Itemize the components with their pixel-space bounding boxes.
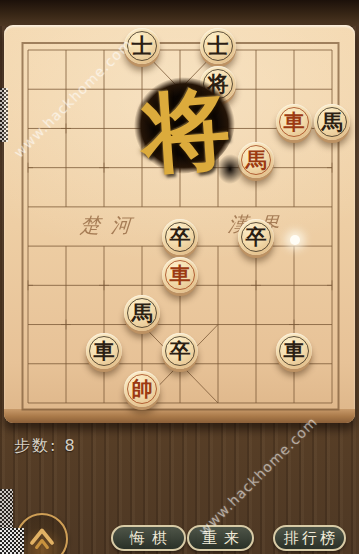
black-horse[interactable]: 馬 [124,295,160,331]
piece-glyph: 馬 [322,111,343,132]
piece-glyph: 馬 [132,302,153,323]
step-counter-value: 8 [64,436,76,455]
black-horse[interactable]: 馬 [314,104,350,140]
red-chariot[interactable]: 車 [276,104,312,140]
black-pawn[interactable]: 卒 [162,333,198,369]
piece-glyph: 卒 [170,340,191,361]
black-chariot[interactable]: 車 [276,333,312,369]
check-banner-glyph: 将 [130,69,242,194]
piece-glyph: 車 [94,340,115,361]
restart-button[interactable]: 重来 [187,525,254,551]
chevron-up-icon [22,519,62,554]
step-counter-label: 步数: [14,436,57,455]
expand-menu-button[interactable] [16,513,68,554]
top-dark-strip [0,0,359,26]
piece-glyph: 馬 [246,149,267,170]
piece-glyph: 車 [284,340,305,361]
black-chariot[interactable]: 車 [86,333,122,369]
piece-glyph: 卒 [246,226,267,247]
piece-glyph: 士 [132,35,153,56]
last-move-origin-dot [290,235,300,245]
leaderboard-button[interactable]: 排行榜 [273,525,346,551]
board-3d-edge [4,409,355,423]
black-advisor[interactable]: 士 [124,28,160,64]
black-advisor[interactable]: 士 [200,28,236,64]
river-label-chu-he: 楚河 [79,212,143,239]
piece-glyph: 卒 [170,226,191,247]
piece-glyph: 士 [208,35,229,56]
piece-glyph: 車 [284,111,305,132]
undo-move-button[interactable]: 悔棋 [111,525,186,551]
red-chariot[interactable]: 車 [162,257,198,293]
black-pawn[interactable]: 卒 [238,219,274,255]
red-horse[interactable]: 馬 [238,142,274,178]
black-pawn[interactable]: 卒 [162,219,198,255]
red-general[interactable]: 帥 [124,371,160,407]
piece-glyph: 帥 [132,378,153,399]
piece-glyph: 車 [170,264,191,285]
step-counter: 步数: 8 [14,436,77,457]
